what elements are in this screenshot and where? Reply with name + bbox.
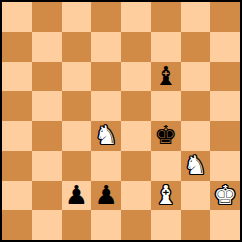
square-b6[interactable] — [32, 62, 62, 92]
square-b7[interactable] — [32, 32, 62, 62]
square-f4[interactable]: ♚ — [151, 121, 181, 151]
piece-black-king: ♚ — [154, 121, 177, 150]
square-b4[interactable] — [32, 121, 62, 151]
square-f7[interactable] — [151, 32, 181, 62]
square-e4[interactable] — [121, 121, 151, 151]
square-b5[interactable] — [32, 91, 62, 121]
square-c8[interactable] — [62, 2, 92, 32]
square-d2[interactable]: ♟ — [91, 181, 121, 211]
square-b1[interactable] — [32, 210, 62, 240]
piece-black-pawn: ♟ — [65, 181, 88, 210]
square-e5[interactable] — [121, 91, 151, 121]
piece-white-bishop: ♝ — [154, 181, 177, 210]
square-f1[interactable] — [151, 210, 181, 240]
square-f6[interactable]: ♝ — [151, 62, 181, 92]
square-c6[interactable] — [62, 62, 92, 92]
square-g2[interactable] — [181, 181, 211, 211]
square-c2[interactable]: ♟ — [62, 181, 92, 211]
square-d4[interactable]: ♞ — [91, 121, 121, 151]
square-a6[interactable] — [2, 62, 32, 92]
square-h5[interactable] — [210, 91, 240, 121]
square-e7[interactable] — [121, 32, 151, 62]
square-g1[interactable] — [181, 210, 211, 240]
square-d3[interactable] — [91, 151, 121, 181]
square-g5[interactable] — [181, 91, 211, 121]
square-c3[interactable] — [62, 151, 92, 181]
square-g8[interactable] — [181, 2, 211, 32]
square-h4[interactable] — [210, 121, 240, 151]
square-a1[interactable] — [2, 210, 32, 240]
square-f3[interactable] — [151, 151, 181, 181]
piece-white-king: ♚ — [213, 181, 236, 210]
square-c5[interactable] — [62, 91, 92, 121]
chess-board: ♝♞♚♞♟♟♝♚ — [0, 0, 242, 242]
square-g3[interactable]: ♞ — [181, 151, 211, 181]
square-b3[interactable] — [32, 151, 62, 181]
square-f5[interactable] — [151, 91, 181, 121]
square-b8[interactable] — [32, 2, 62, 32]
square-a5[interactable] — [2, 91, 32, 121]
square-e8[interactable] — [121, 2, 151, 32]
piece-white-knight: ♞ — [184, 151, 207, 180]
square-h8[interactable] — [210, 2, 240, 32]
square-d5[interactable] — [91, 91, 121, 121]
square-f2[interactable]: ♝ — [151, 181, 181, 211]
square-a7[interactable] — [2, 32, 32, 62]
square-b2[interactable] — [32, 181, 62, 211]
square-h3[interactable] — [210, 151, 240, 181]
square-e2[interactable] — [121, 181, 151, 211]
square-a3[interactable] — [2, 151, 32, 181]
square-h1[interactable] — [210, 210, 240, 240]
square-e6[interactable] — [121, 62, 151, 92]
square-g7[interactable] — [181, 32, 211, 62]
square-d1[interactable] — [91, 210, 121, 240]
square-g6[interactable] — [181, 62, 211, 92]
square-c7[interactable] — [62, 32, 92, 62]
piece-black-bishop: ♝ — [154, 62, 177, 91]
piece-black-pawn: ♟ — [94, 181, 117, 210]
square-h2[interactable]: ♚ — [210, 181, 240, 211]
square-a4[interactable] — [2, 121, 32, 151]
square-d6[interactable] — [91, 62, 121, 92]
square-d8[interactable] — [91, 2, 121, 32]
piece-white-knight: ♞ — [94, 121, 117, 150]
square-a8[interactable] — [2, 2, 32, 32]
square-c4[interactable] — [62, 121, 92, 151]
square-c1[interactable] — [62, 210, 92, 240]
square-e3[interactable] — [121, 151, 151, 181]
square-h7[interactable] — [210, 32, 240, 62]
square-a2[interactable] — [2, 181, 32, 211]
square-g4[interactable] — [181, 121, 211, 151]
square-f8[interactable] — [151, 2, 181, 32]
square-e1[interactable] — [121, 210, 151, 240]
square-h6[interactable] — [210, 62, 240, 92]
square-d7[interactable] — [91, 32, 121, 62]
